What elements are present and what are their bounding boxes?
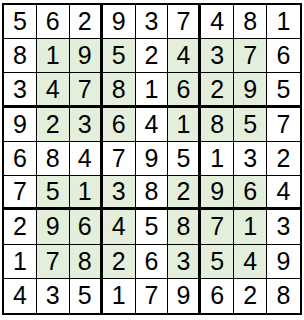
cell-r1c7[interactable]: 4 — [201, 5, 234, 39]
cell-r7c1[interactable]: 2 — [4, 210, 37, 244]
cell-r6c8[interactable]: 6 — [234, 176, 267, 210]
cell-r8c9[interactable]: 9 — [267, 245, 300, 279]
cell-r7c3[interactable]: 6 — [70, 210, 103, 244]
cell-r9c7[interactable]: 6 — [201, 279, 234, 313]
cell-r4c3[interactable]: 3 — [70, 108, 103, 142]
cell-r6c4[interactable]: 3 — [103, 176, 136, 210]
cell-r4c2[interactable]: 2 — [37, 108, 70, 142]
cell-r9c1[interactable]: 4 — [4, 279, 37, 313]
cell-r7c6[interactable]: 8 — [168, 210, 201, 244]
cell-r1c5[interactable]: 3 — [136, 5, 169, 39]
cell-r4c6[interactable]: 1 — [168, 108, 201, 142]
cell-r2c9[interactable]: 6 — [267, 39, 300, 73]
cell-r5c6[interactable]: 5 — [168, 142, 201, 176]
cell-r8c7[interactable]: 5 — [201, 245, 234, 279]
cell-r3c9[interactable]: 5 — [267, 73, 300, 107]
cell-r8c1[interactable]: 1 — [4, 245, 37, 279]
cell-r4c7[interactable]: 8 — [201, 108, 234, 142]
cell-r1c4[interactable]: 9 — [103, 5, 136, 39]
cell-r8c4[interactable]: 2 — [103, 245, 136, 279]
cell-r3c5[interactable]: 1 — [136, 73, 169, 107]
cell-r8c5[interactable]: 6 — [136, 245, 169, 279]
cell-r3c6[interactable]: 6 — [168, 73, 201, 107]
cell-r5c8[interactable]: 3 — [234, 142, 267, 176]
cell-r7c4[interactable]: 4 — [103, 210, 136, 244]
cell-r7c7[interactable]: 7 — [201, 210, 234, 244]
sudoku-board: 5629374818195243763478162959236418576847… — [2, 3, 302, 315]
cell-r3c3[interactable]: 7 — [70, 73, 103, 107]
cell-r6c9[interactable]: 4 — [267, 176, 300, 210]
cell-r3c8[interactable]: 9 — [234, 73, 267, 107]
cell-r6c6[interactable]: 2 — [168, 176, 201, 210]
cell-r9c4[interactable]: 1 — [103, 279, 136, 313]
cell-r9c3[interactable]: 5 — [70, 279, 103, 313]
cell-r4c4[interactable]: 6 — [103, 108, 136, 142]
cell-r5c1[interactable]: 6 — [4, 142, 37, 176]
cell-r1c1[interactable]: 5 — [4, 5, 37, 39]
cell-r5c3[interactable]: 4 — [70, 142, 103, 176]
cell-r2c8[interactable]: 7 — [234, 39, 267, 73]
cell-r9c5[interactable]: 7 — [136, 279, 169, 313]
cell-r1c6[interactable]: 7 — [168, 5, 201, 39]
cell-r3c2[interactable]: 4 — [37, 73, 70, 107]
cell-r5c9[interactable]: 2 — [267, 142, 300, 176]
cell-r8c2[interactable]: 7 — [37, 245, 70, 279]
cell-r1c3[interactable]: 2 — [70, 5, 103, 39]
cell-r4c8[interactable]: 5 — [234, 108, 267, 142]
cell-r5c2[interactable]: 8 — [37, 142, 70, 176]
cell-r6c3[interactable]: 1 — [70, 176, 103, 210]
cell-r9c6[interactable]: 9 — [168, 279, 201, 313]
cell-r6c5[interactable]: 8 — [136, 176, 169, 210]
cell-r6c7[interactable]: 9 — [201, 176, 234, 210]
cell-r7c5[interactable]: 5 — [136, 210, 169, 244]
cell-r3c4[interactable]: 8 — [103, 73, 136, 107]
cell-r7c8[interactable]: 1 — [234, 210, 267, 244]
cell-r8c6[interactable]: 3 — [168, 245, 201, 279]
cell-r3c1[interactable]: 3 — [4, 73, 37, 107]
cell-r9c8[interactable]: 2 — [234, 279, 267, 313]
cell-r1c9[interactable]: 1 — [267, 5, 300, 39]
cell-r7c2[interactable]: 9 — [37, 210, 70, 244]
cell-r5c7[interactable]: 1 — [201, 142, 234, 176]
cell-r5c4[interactable]: 7 — [103, 142, 136, 176]
cell-r6c2[interactable]: 5 — [37, 176, 70, 210]
cell-r6c1[interactable]: 7 — [4, 176, 37, 210]
cell-r2c6[interactable]: 4 — [168, 39, 201, 73]
cell-r8c3[interactable]: 8 — [70, 245, 103, 279]
cell-r9c9[interactable]: 8 — [267, 279, 300, 313]
cell-r8c8[interactable]: 4 — [234, 245, 267, 279]
cell-r2c7[interactable]: 3 — [201, 39, 234, 73]
cell-r9c2[interactable]: 3 — [37, 279, 70, 313]
cell-r7c9[interactable]: 3 — [267, 210, 300, 244]
cell-r2c5[interactable]: 2 — [136, 39, 169, 73]
cell-r5c5[interactable]: 9 — [136, 142, 169, 176]
cell-r4c9[interactable]: 7 — [267, 108, 300, 142]
cell-r2c2[interactable]: 1 — [37, 39, 70, 73]
cell-r1c2[interactable]: 6 — [37, 5, 70, 39]
cell-r2c4[interactable]: 5 — [103, 39, 136, 73]
cell-r1c8[interactable]: 8 — [234, 5, 267, 39]
cell-r2c3[interactable]: 9 — [70, 39, 103, 73]
cell-r3c7[interactable]: 2 — [201, 73, 234, 107]
cell-r4c5[interactable]: 4 — [136, 108, 169, 142]
cell-r4c1[interactable]: 9 — [4, 108, 37, 142]
cell-r2c1[interactable]: 8 — [4, 39, 37, 73]
